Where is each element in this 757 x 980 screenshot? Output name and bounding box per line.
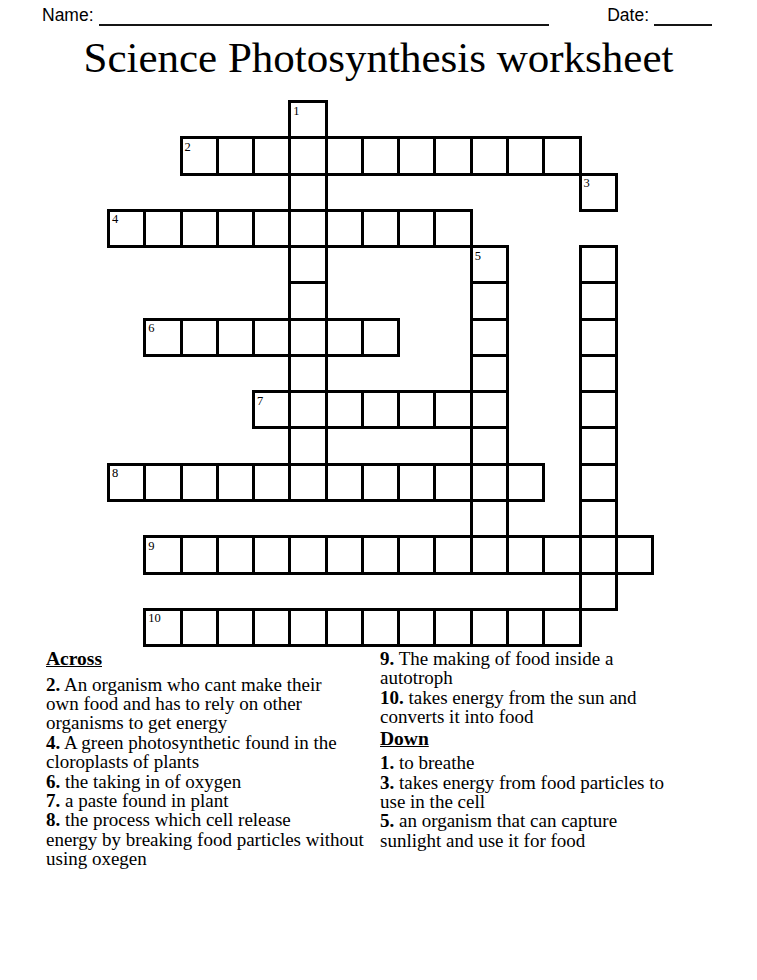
- clue-item: 5. an organism that can capture sunlight…: [380, 811, 752, 850]
- grid-cell: [180, 608, 219, 647]
- grid-cell: [216, 608, 255, 647]
- clue-item-number: 8.: [46, 809, 60, 830]
- grid-cell: [470, 390, 509, 429]
- grid-cell: [252, 608, 291, 647]
- grid-cell: [216, 463, 255, 502]
- grid-cell: [470, 354, 509, 393]
- grid-cell: [288, 318, 327, 357]
- grid-cell: [180, 318, 219, 357]
- grid-cell: [433, 136, 472, 175]
- grid-cell: [433, 608, 472, 647]
- grid-cell: [288, 426, 327, 465]
- clue-number: 10: [148, 612, 161, 625]
- clue-item-number: 6.: [46, 771, 60, 792]
- clue-number: 3: [584, 177, 590, 190]
- grid-cell: [579, 245, 618, 284]
- grid-cell: [361, 390, 400, 429]
- clues-right-column: 9. The making of food inside a autotroph…: [380, 649, 752, 850]
- date-fill-line: [654, 5, 712, 26]
- grid-cell: [325, 390, 364, 429]
- grid-cell: [397, 136, 436, 175]
- grid-cell: [180, 209, 219, 248]
- grid-cell: [325, 136, 364, 175]
- grid-cell: [579, 354, 618, 393]
- grid-cell: [252, 318, 291, 357]
- grid-cell: [579, 390, 618, 429]
- grid-cell: [325, 608, 364, 647]
- grid-cell: [470, 136, 509, 175]
- clue-item-number: 2.: [46, 674, 60, 695]
- clue-number: 8: [112, 467, 118, 480]
- clue-item-number: 5.: [380, 810, 394, 831]
- grid-cell: [361, 318, 400, 357]
- clue-item-number: 9.: [380, 648, 394, 669]
- across-heading: Across: [46, 649, 382, 670]
- grid-cell: [579, 535, 618, 574]
- grid-cell: [288, 281, 327, 320]
- clue-item-text: to breathe: [394, 752, 474, 773]
- grid-cell: [288, 390, 327, 429]
- grid-cell: [288, 535, 327, 574]
- grid-cell: [470, 535, 509, 574]
- grid-cell: [325, 535, 364, 574]
- grid-cell: [579, 426, 618, 465]
- clue-item: 7. a paste found in plant: [46, 791, 382, 810]
- grid-cell: [325, 463, 364, 502]
- grid-cell: [433, 390, 472, 429]
- grid-cell: [397, 209, 436, 248]
- clues-left-column: Across 2. An organism who cant make thei…: [46, 649, 382, 869]
- grid-cell: [542, 608, 581, 647]
- grid-cell: [216, 136, 255, 175]
- worksheet-page: Name: Date: Science Photosynthesis works…: [0, 0, 757, 980]
- grid-cell: [433, 463, 472, 502]
- clue-item-text: A green photosynthetic found in the clor…: [46, 732, 337, 772]
- clue-item-number: 7.: [46, 790, 60, 811]
- clue-item-text: The making of food inside a autotroph: [380, 648, 613, 688]
- grid-cell: [470, 499, 509, 538]
- grid-cell: [216, 318, 255, 357]
- grid-cell: [506, 136, 545, 175]
- date-label: Date:: [607, 5, 649, 26]
- grid-cell: [288, 245, 327, 284]
- clue-item-text: takes energy from food particles to use …: [380, 772, 664, 812]
- grid-cell: [288, 463, 327, 502]
- grid-cell: [361, 209, 400, 248]
- clue-item-text: a paste found in plant: [60, 790, 228, 811]
- clue-number: 2: [185, 141, 191, 154]
- grid-cell: [470, 281, 509, 320]
- grid-cell: [361, 535, 400, 574]
- grid-cell: [288, 354, 327, 393]
- clue-number: 9: [148, 540, 154, 553]
- grid-cell: [397, 535, 436, 574]
- grid-cell: [470, 608, 509, 647]
- grid-cell: [506, 535, 545, 574]
- grid-cell: [433, 209, 472, 248]
- name-fill-line: [99, 5, 549, 26]
- grid-cell: [252, 535, 291, 574]
- grid-cell: [216, 209, 255, 248]
- grid-cell: [506, 608, 545, 647]
- name-label: Name:: [42, 5, 94, 26]
- grid-cell: [615, 535, 654, 574]
- grid-cell: [361, 463, 400, 502]
- grid-cell: [506, 463, 545, 502]
- grid-cell: [433, 535, 472, 574]
- clue-item: 10. takes energy from the sun and conver…: [380, 688, 752, 727]
- grid-cell: [579, 463, 618, 502]
- grid-cell: [579, 572, 618, 611]
- across-clues-left: 2. An organism who cant make their own f…: [46, 675, 382, 869]
- clue-item-number: 10.: [380, 687, 404, 708]
- grid-cell: [325, 209, 364, 248]
- clue-number: 4: [112, 213, 118, 226]
- grid-cell: [180, 463, 219, 502]
- down-clues: 1. to breathe3. takes energy from food p…: [380, 753, 752, 850]
- clue-item-text: the process which cell release energy by…: [46, 809, 364, 869]
- clue-item: 2. An organism who cant make their own f…: [46, 675, 382, 733]
- grid-cell: [216, 535, 255, 574]
- grid-cell: [180, 535, 219, 574]
- grid-cell: [288, 136, 327, 175]
- grid-cell: [252, 209, 291, 248]
- clue-item-text: An organism who cant make their own food…: [46, 674, 322, 734]
- grid-cell: [252, 136, 291, 175]
- grid-cell: [397, 463, 436, 502]
- clue-item: 6. the taking in of oxygen: [46, 772, 382, 791]
- grid-cell: [288, 173, 327, 212]
- clue-item: 1. to breathe: [380, 753, 752, 772]
- grid-cell: [579, 499, 618, 538]
- grid-cell: [252, 463, 291, 502]
- grid-cell: [470, 463, 509, 502]
- clue-item: 3. takes energy from food particles to u…: [380, 773, 752, 812]
- clue-item-text: an organism that can capture sunlight an…: [380, 810, 617, 850]
- down-heading: Down: [380, 729, 752, 750]
- clue-number: 7: [257, 395, 263, 408]
- grid-cell: [579, 318, 618, 357]
- clue-item-text: the taking in of oxygen: [60, 771, 241, 792]
- grid-cell: [143, 209, 182, 248]
- grid-cell: [361, 608, 400, 647]
- clue-item-number: 1.: [380, 752, 394, 773]
- grid-cell: [470, 426, 509, 465]
- grid-cell: [470, 318, 509, 357]
- clue-number: 1: [293, 105, 299, 118]
- clue-item-text: takes energy from the sun and converts i…: [380, 687, 637, 727]
- page-title: Science Photosynthesis worksheet: [0, 33, 757, 83]
- clue-item-number: 3.: [380, 772, 394, 793]
- header-bar: Name: Date:: [42, 5, 712, 26]
- clue-number: 5: [475, 250, 481, 263]
- grid-cell: [361, 136, 400, 175]
- clue-item-number: 4.: [46, 732, 60, 753]
- clue-item: 9. The making of food inside a autotroph: [380, 649, 752, 688]
- clue-item: 4. A green photosynthetic found in the c…: [46, 733, 382, 772]
- grid-cell: [579, 281, 618, 320]
- grid-cell: [325, 318, 364, 357]
- crossword-grid: 12345678910: [107, 100, 657, 650]
- grid-cell: [397, 390, 436, 429]
- grid-cell: [288, 209, 327, 248]
- grid-cell: [542, 136, 581, 175]
- grid-cell: [397, 608, 436, 647]
- grid-cell: [542, 535, 581, 574]
- grid-cell: [288, 608, 327, 647]
- clue-number: 6: [148, 322, 154, 335]
- clue-item: 8. the process which cell release energy…: [46, 810, 382, 868]
- across-clues-right: 9. The making of food inside a autotroph…: [380, 649, 752, 727]
- grid-cell: [143, 463, 182, 502]
